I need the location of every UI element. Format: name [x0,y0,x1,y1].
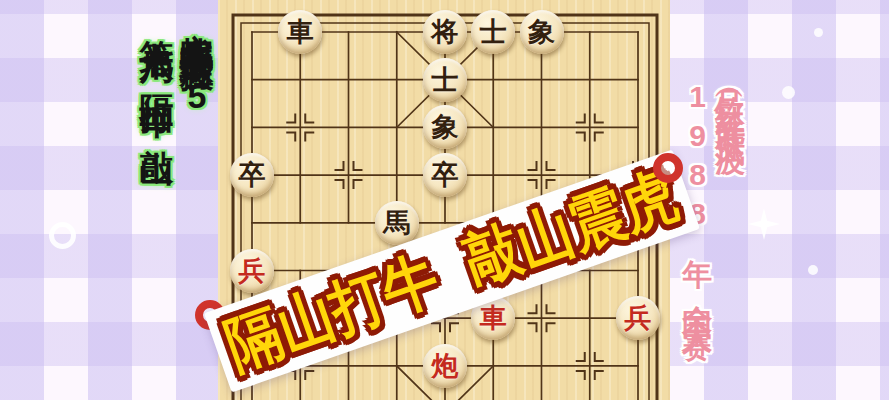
piece-black-chariot[interactable]: 車 [278,10,322,54]
sparkle-dot [814,28,823,37]
sparkle-ring [49,222,76,249]
caption-series-title: 实战中局夺子取胜技巧15 [180,6,214,118]
piece-red-soldier[interactable]: 兵 [230,249,274,293]
sparkle-dot [808,265,818,275]
caption-episode-title: 第七十八局 隔山打牛 敲山 [140,12,174,127]
piece-black-soldier[interactable]: 卒 [230,153,274,197]
piece-black-advisor[interactable]: 士 [423,58,467,102]
xiangqi-video-frame: { "game": "xiangqi", "banner": { "text":… [0,0,889,400]
piece-black-advisor[interactable]: 士 [471,10,515,54]
piece-black-elephant[interactable]: 象 [520,10,564,54]
piece-black-general[interactable]: 将 [423,10,467,54]
piece-red-cannon[interactable]: 炮 [423,344,467,388]
piece-black-soldier[interactable]: 卒 [423,153,467,197]
banner-end-ring [653,153,683,183]
piece-black-horse[interactable]: 馬 [375,201,419,245]
caption-players: 吕钦（红先胜）卜凤波 [715,66,745,126]
sparkle-star-icon [748,208,780,240]
piece-red-soldier[interactable]: 兵 [616,296,660,340]
sparkle-dot [782,86,795,99]
